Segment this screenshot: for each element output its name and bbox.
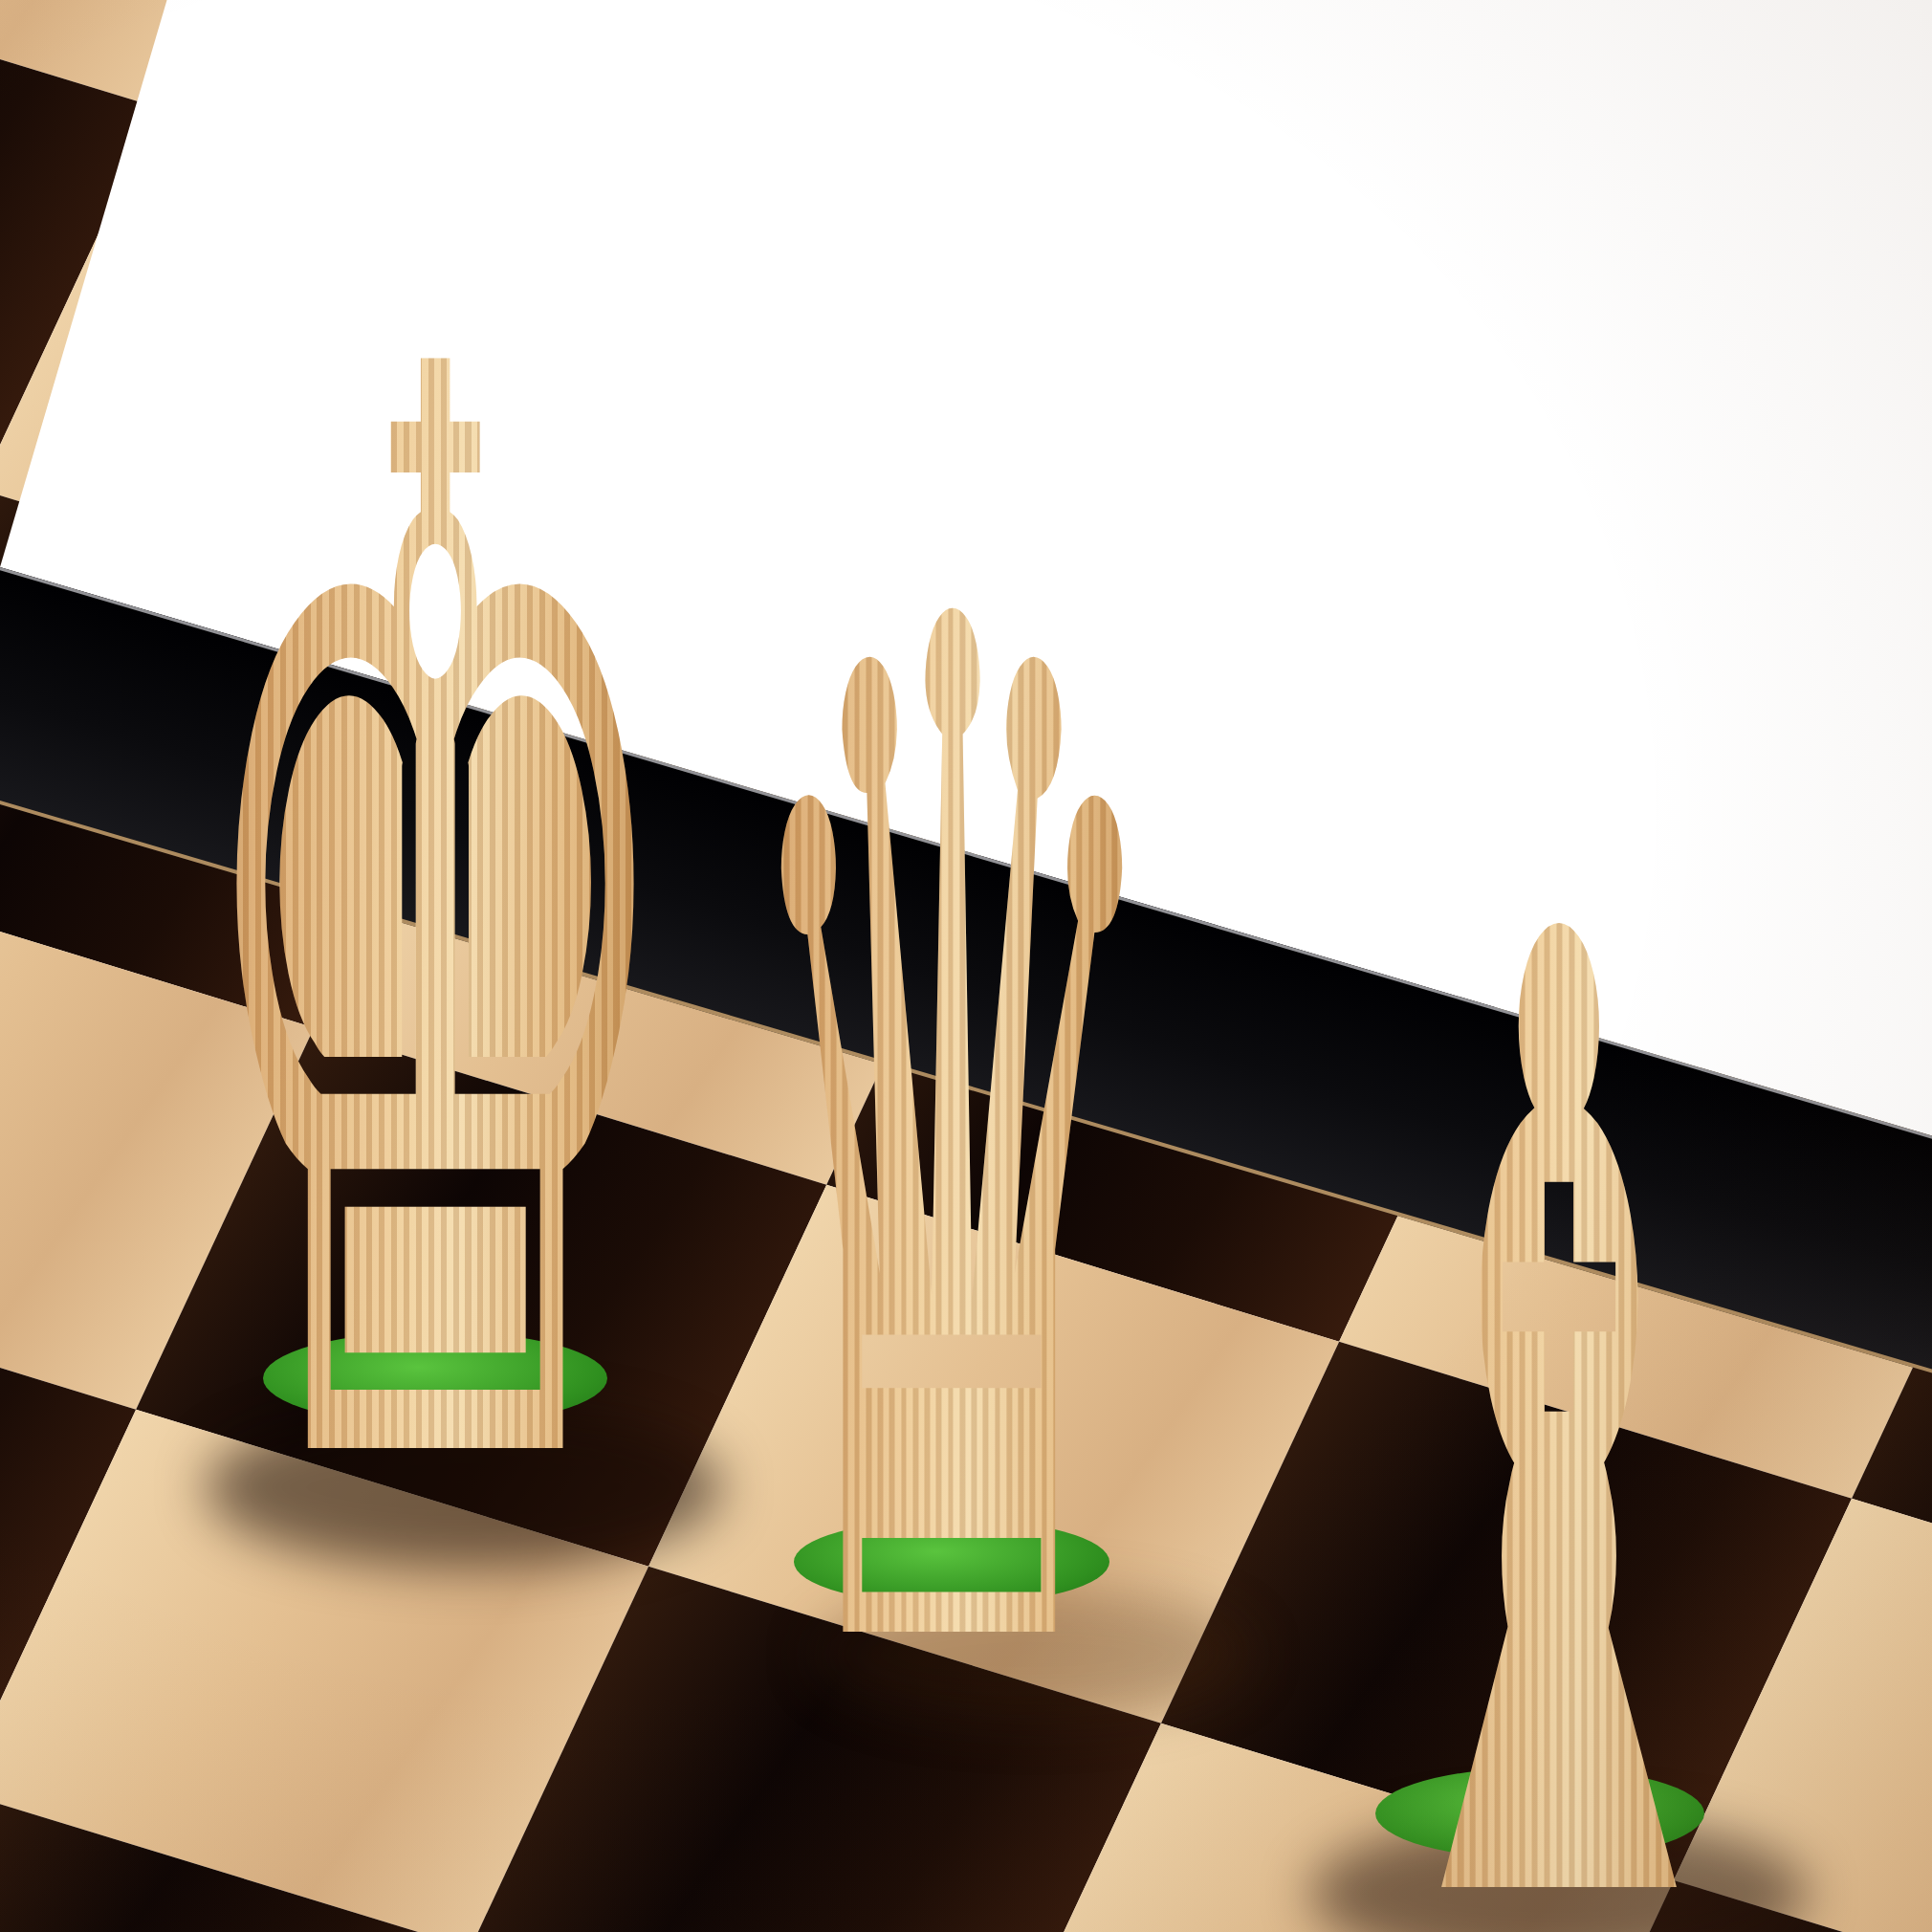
bishop-glyph: ♝ xyxy=(1334,770,1784,1932)
chess-photo-scene: ♚ ♛ ♝ xyxy=(0,0,1932,1932)
queen-glyph: ♛ xyxy=(726,447,1178,1848)
king-glyph: ♚ xyxy=(181,186,689,1678)
